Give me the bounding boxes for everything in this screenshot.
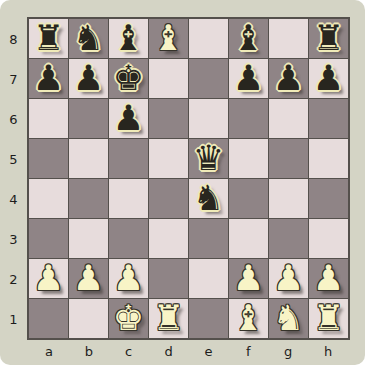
rank-label-1: 1 xyxy=(0,299,27,339)
rank-label-4: 4 xyxy=(0,179,27,219)
square-h5[interactable] xyxy=(309,139,348,178)
piece-black-pawn[interactable]: ♟ xyxy=(313,59,344,98)
piece-white-pawn[interactable]: ♟ xyxy=(313,259,344,298)
square-f5[interactable] xyxy=(229,139,268,178)
square-a3[interactable] xyxy=(29,219,68,258)
rank-label-7: 7 xyxy=(0,59,27,99)
square-h7[interactable]: ♟ xyxy=(309,59,348,98)
square-d2[interactable] xyxy=(149,259,188,298)
piece-black-knight[interactable]: ♞ xyxy=(193,179,224,218)
square-a2[interactable]: ♟ xyxy=(29,259,68,298)
square-a4[interactable] xyxy=(29,179,68,218)
square-g1[interactable]: ♞ xyxy=(269,299,308,338)
piece-white-rook[interactable]: ♜ xyxy=(313,299,344,338)
square-c6[interactable]: ♟ xyxy=(109,99,148,138)
board-frame: ♜♞♝♝♝♜♟♟♚♟♟♟♟♛♞♟♟♟♟♟♟♚♜♝♞♜ xyxy=(27,17,350,340)
rank-label-6: 6 xyxy=(0,99,27,139)
piece-black-knight[interactable]: ♞ xyxy=(73,19,104,58)
square-e8[interactable] xyxy=(189,19,228,58)
square-h4[interactable] xyxy=(309,179,348,218)
square-d7[interactable] xyxy=(149,59,188,98)
square-d5[interactable] xyxy=(149,139,188,178)
piece-white-knight[interactable]: ♞ xyxy=(273,299,304,338)
square-g5[interactable] xyxy=(269,139,308,178)
square-e6[interactable] xyxy=(189,99,228,138)
square-b1[interactable] xyxy=(69,299,108,338)
piece-black-pawn[interactable]: ♟ xyxy=(113,99,144,138)
square-f2[interactable]: ♟ xyxy=(229,259,268,298)
rank-label-8: 8 xyxy=(0,19,27,59)
piece-black-pawn[interactable]: ♟ xyxy=(273,59,304,98)
file-label-b: b xyxy=(69,340,109,362)
square-e5[interactable]: ♛ xyxy=(189,139,228,178)
square-b4[interactable] xyxy=(69,179,108,218)
square-g7[interactable]: ♟ xyxy=(269,59,308,98)
square-a7[interactable]: ♟ xyxy=(29,59,68,98)
square-c2[interactable]: ♟ xyxy=(109,259,148,298)
square-e3[interactable] xyxy=(189,219,228,258)
square-c4[interactable] xyxy=(109,179,148,218)
square-b6[interactable] xyxy=(69,99,108,138)
rank-label-2: 2 xyxy=(0,259,27,299)
square-d3[interactable] xyxy=(149,219,188,258)
square-c1[interactable]: ♚ xyxy=(109,299,148,338)
square-f4[interactable] xyxy=(229,179,268,218)
chessboard-panel: 87654321 ♜♞♝♝♝♜♟♟♚♟♟♟♟♛♞♟♟♟♟♟♟♚♜♝♞♜ abcd… xyxy=(0,0,365,365)
piece-white-king[interactable]: ♚ xyxy=(113,299,144,338)
square-b7[interactable]: ♟ xyxy=(69,59,108,98)
square-e2[interactable] xyxy=(189,259,228,298)
piece-black-pawn[interactable]: ♟ xyxy=(73,59,104,98)
piece-white-bishop[interactable]: ♝ xyxy=(153,19,184,58)
square-c7[interactable]: ♚ xyxy=(109,59,148,98)
rank-label-3: 3 xyxy=(0,219,27,259)
square-b3[interactable] xyxy=(69,219,108,258)
square-h1[interactable]: ♜ xyxy=(309,299,348,338)
square-c3[interactable] xyxy=(109,219,148,258)
square-d4[interactable] xyxy=(149,179,188,218)
square-f7[interactable]: ♟ xyxy=(229,59,268,98)
piece-white-pawn[interactable]: ♟ xyxy=(73,259,104,298)
square-d8[interactable]: ♝ xyxy=(149,19,188,58)
square-e7[interactable] xyxy=(189,59,228,98)
square-g4[interactable] xyxy=(269,179,308,218)
square-h6[interactable] xyxy=(309,99,348,138)
piece-black-queen[interactable]: ♛ xyxy=(193,139,224,178)
square-g6[interactable] xyxy=(269,99,308,138)
file-label-d: d xyxy=(149,340,189,362)
square-h3[interactable] xyxy=(309,219,348,258)
square-b5[interactable] xyxy=(69,139,108,178)
board: ♜♞♝♝♝♜♟♟♚♟♟♟♟♛♞♟♟♟♟♟♟♚♜♝♞♜ xyxy=(29,19,348,338)
piece-black-rook[interactable]: ♜ xyxy=(313,19,344,58)
square-h8[interactable]: ♜ xyxy=(309,19,348,58)
piece-white-rook[interactable]: ♜ xyxy=(153,299,184,338)
square-e4[interactable]: ♞ xyxy=(189,179,228,218)
rank-label-5: 5 xyxy=(0,139,27,179)
square-a5[interactable] xyxy=(29,139,68,178)
piece-white-pawn[interactable]: ♟ xyxy=(33,259,64,298)
file-label-c: c xyxy=(109,340,149,362)
piece-white-bishop[interactable]: ♝ xyxy=(233,299,264,338)
piece-black-pawn[interactable]: ♟ xyxy=(33,59,64,98)
file-label-h: h xyxy=(308,340,348,362)
square-c8[interactable]: ♝ xyxy=(109,19,148,58)
piece-white-pawn[interactable]: ♟ xyxy=(113,259,144,298)
square-g2[interactable]: ♟ xyxy=(269,259,308,298)
piece-white-pawn[interactable]: ♟ xyxy=(233,259,264,298)
square-g3[interactable] xyxy=(269,219,308,258)
square-f6[interactable] xyxy=(229,99,268,138)
piece-black-king[interactable]: ♚ xyxy=(113,59,144,98)
file-label-f: f xyxy=(228,340,268,362)
square-f8[interactable]: ♝ xyxy=(229,19,268,58)
square-e1[interactable] xyxy=(189,299,228,338)
file-label-e: e xyxy=(189,340,229,362)
square-b2[interactable]: ♟ xyxy=(69,259,108,298)
square-f3[interactable] xyxy=(229,219,268,258)
square-b8[interactable]: ♞ xyxy=(69,19,108,58)
square-h2[interactable]: ♟ xyxy=(309,259,348,298)
piece-black-bishop[interactable]: ♝ xyxy=(113,19,144,58)
piece-white-pawn[interactable]: ♟ xyxy=(273,259,304,298)
square-a1[interactable] xyxy=(29,299,68,338)
square-g8[interactable] xyxy=(269,19,308,58)
piece-black-pawn[interactable]: ♟ xyxy=(233,59,264,98)
piece-black-rook[interactable]: ♜ xyxy=(33,19,64,58)
file-labels: abcdefgh xyxy=(29,340,348,362)
square-a8[interactable]: ♜ xyxy=(29,19,68,58)
rank-labels: 87654321 xyxy=(0,19,27,339)
square-a6[interactable] xyxy=(29,99,68,138)
square-d6[interactable] xyxy=(149,99,188,138)
square-f1[interactable]: ♝ xyxy=(229,299,268,338)
file-label-g: g xyxy=(268,340,308,362)
file-label-a: a xyxy=(29,340,69,362)
square-c5[interactable] xyxy=(109,139,148,178)
square-d1[interactable]: ♜ xyxy=(149,299,188,338)
piece-black-bishop[interactable]: ♝ xyxy=(233,19,264,58)
